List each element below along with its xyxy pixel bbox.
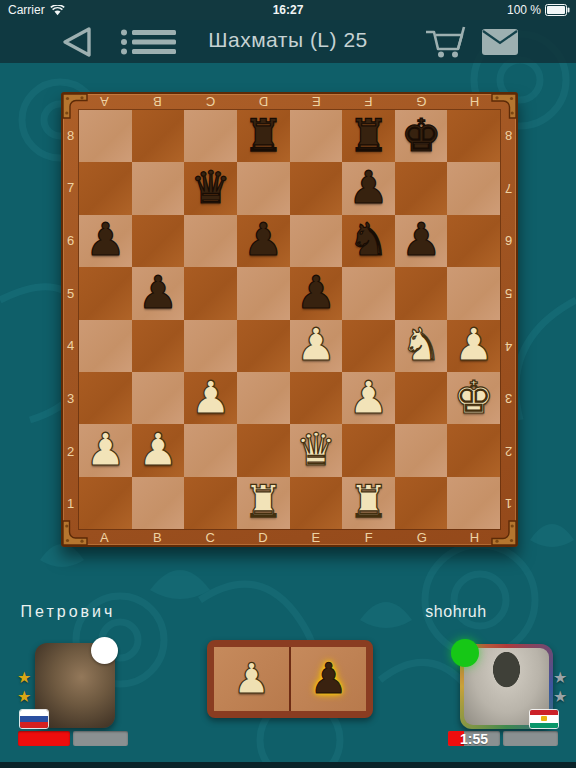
square-f3[interactable]: ♟ — [342, 372, 395, 424]
black-pawn-d6: ♟ — [243, 217, 283, 262]
square-g1[interactable] — [395, 477, 448, 529]
file-label: G — [395, 94, 448, 109]
corner-ornament — [62, 93, 88, 119]
file-label: G — [395, 530, 448, 545]
rank-label: 3 — [501, 372, 516, 425]
rank-label: 4 — [501, 320, 516, 373]
square-h2[interactable] — [447, 424, 500, 476]
square-h3[interactable]: ♚ — [447, 372, 500, 424]
black-pawn-a6: ♟ — [85, 217, 125, 262]
white-queen-e2: ♛ — [296, 427, 336, 472]
rank-label: 2 — [63, 425, 78, 478]
square-g2[interactable] — [395, 424, 448, 476]
square-f5[interactable] — [342, 267, 395, 319]
file-labels-top: ABCDEFGH — [78, 94, 501, 109]
square-a6[interactable]: ♟ — [79, 215, 132, 267]
rank-label: 7 — [63, 162, 78, 215]
square-b3[interactable] — [132, 372, 185, 424]
square-f6[interactable]: ♞ — [342, 215, 395, 267]
rank-label: 5 — [63, 267, 78, 320]
file-label: C — [184, 530, 237, 545]
square-e6[interactable] — [290, 215, 343, 267]
rank-label: 5 — [501, 267, 516, 320]
square-e7[interactable] — [290, 162, 343, 214]
rank-labels-left: 87654321 — [63, 109, 78, 530]
square-d5[interactable] — [237, 267, 290, 319]
square-c5[interactable] — [184, 267, 237, 319]
white-side-cell: ♟ — [214, 647, 289, 711]
white-pawn-h4: ♟ — [454, 322, 494, 367]
white-pawn-b2: ♟ — [138, 427, 178, 472]
square-b2[interactable]: ♟ — [132, 424, 185, 476]
turn-indicator-panel: ♟ ♟ — [207, 640, 373, 718]
chess-board: ABCDEFGH ABCDEFGH 87654321 87654321 ♜♜♚♛… — [61, 92, 518, 547]
left-player-color-dot — [91, 637, 118, 664]
square-e5[interactable]: ♟ — [290, 267, 343, 319]
rank-label: 2 — [501, 425, 516, 478]
square-d3[interactable] — [237, 372, 290, 424]
black-king-g8: ♚ — [401, 113, 441, 158]
tajikistan-flag — [529, 709, 559, 729]
black-pawn-g6: ♟ — [401, 217, 441, 262]
square-c7[interactable]: ♛ — [184, 162, 237, 214]
app-screen: { "game": "chess", "position": { "fen": … — [0, 0, 576, 768]
corner-ornament — [491, 520, 517, 546]
left-player-timebar — [18, 731, 128, 746]
white-pawn-e4: ♟ — [296, 322, 336, 367]
square-b6[interactable] — [132, 215, 185, 267]
square-f2[interactable] — [342, 424, 395, 476]
square-f4[interactable] — [342, 320, 395, 372]
left-player-stars: ★★ — [17, 670, 31, 705]
square-c8[interactable] — [184, 110, 237, 162]
back-button[interactable] — [48, 20, 104, 63]
white-pawn-icon: ♟ — [233, 658, 271, 700]
square-d1[interactable]: ♜ — [237, 477, 290, 529]
moves-list-button[interactable] — [116, 20, 180, 63]
rank-label: 3 — [63, 372, 78, 425]
right-player-online-dot — [451, 639, 479, 667]
square-a4[interactable] — [79, 320, 132, 372]
rank-labels-right: 87654321 — [501, 109, 516, 530]
square-a5[interactable] — [79, 267, 132, 319]
black-rook-f8: ♜ — [348, 113, 388, 158]
square-c2[interactable] — [184, 424, 237, 476]
square-g6[interactable]: ♟ — [395, 215, 448, 267]
white-pawn-a2: ♟ — [85, 427, 125, 472]
square-d2[interactable] — [237, 424, 290, 476]
black-pawn-b5: ♟ — [138, 270, 178, 315]
square-h5[interactable] — [447, 267, 500, 319]
square-h7[interactable] — [447, 162, 500, 214]
file-label: C — [184, 94, 237, 109]
black-pawn-f7: ♟ — [348, 165, 388, 210]
square-e1[interactable] — [290, 477, 343, 529]
white-king-h3: ♚ — [454, 375, 494, 420]
star-icon: ★ — [17, 689, 31, 705]
file-label: E — [290, 530, 343, 545]
square-d8[interactable]: ♜ — [237, 110, 290, 162]
black-pawn-icon-active: ♟ — [310, 658, 348, 700]
square-f7[interactable]: ♟ — [342, 162, 395, 214]
messages-button[interactable] — [478, 20, 522, 63]
timebar-segment — [503, 731, 558, 746]
white-pawn-f3: ♟ — [348, 375, 388, 420]
square-c1[interactable] — [184, 477, 237, 529]
square-e3[interactable] — [290, 372, 343, 424]
square-b4[interactable] — [132, 320, 185, 372]
black-rook-d8: ♜ — [243, 113, 283, 158]
file-label: B — [131, 94, 184, 109]
back-icon — [59, 26, 93, 58]
cart-icon — [424, 25, 468, 59]
star-icon: ★ — [553, 689, 567, 705]
left-player-name: Петрович — [10, 603, 126, 621]
square-g8[interactable]: ♚ — [395, 110, 448, 162]
square-g3[interactable] — [395, 372, 448, 424]
rank-label: 4 — [63, 320, 78, 373]
board-grid: ♜♜♚♛♟♟♟♞♟♟♟♟♞♟♟♟♚♟♟♛♜♜ — [78, 109, 501, 530]
corner-ornament — [491, 93, 517, 119]
square-b7[interactable] — [132, 162, 185, 214]
square-c4[interactable] — [184, 320, 237, 372]
black-pawn-e5: ♟ — [296, 270, 336, 315]
file-label: F — [342, 94, 395, 109]
file-label: D — [237, 94, 290, 109]
square-f1[interactable]: ♜ — [342, 477, 395, 529]
square-g4[interactable]: ♞ — [395, 320, 448, 372]
white-pawn-c3: ♟ — [190, 375, 230, 420]
bottom-edge-strip — [0, 762, 576, 768]
rank-label: 6 — [501, 214, 516, 267]
square-h6[interactable] — [447, 215, 500, 267]
clock-label: 16:27 — [0, 3, 576, 17]
mail-icon — [482, 29, 518, 55]
square-d4[interactable] — [237, 320, 290, 372]
right-player-timebar: 1:55 — [448, 731, 558, 746]
rank-label: 6 — [63, 214, 78, 267]
star-icon: ★ — [553, 670, 567, 686]
file-label: D — [237, 530, 290, 545]
right-player-stars: ★★ — [553, 670, 567, 705]
file-labels-bottom: ABCDEFGH — [78, 530, 501, 545]
file-label: F — [342, 530, 395, 545]
right-player-time: 1:55 — [448, 731, 500, 746]
list-icon — [120, 28, 176, 56]
black-queen-c7: ♛ — [190, 165, 230, 210]
russia-flag — [19, 709, 49, 729]
right-player-name: shohruh — [400, 603, 512, 621]
square-b8[interactable] — [132, 110, 185, 162]
square-g7[interactable] — [395, 162, 448, 214]
square-e8[interactable] — [290, 110, 343, 162]
square-c3[interactable]: ♟ — [184, 372, 237, 424]
square-b5[interactable]: ♟ — [132, 267, 185, 319]
black-knight-f6: ♞ — [348, 217, 388, 262]
square-g5[interactable] — [395, 267, 448, 319]
file-label: B — [131, 530, 184, 545]
white-knight-g4: ♞ — [401, 322, 441, 367]
square-e2[interactable]: ♛ — [290, 424, 343, 476]
square-a2[interactable]: ♟ — [79, 424, 132, 476]
shop-button[interactable] — [420, 20, 472, 63]
square-h4[interactable]: ♟ — [447, 320, 500, 372]
corner-ornament — [62, 520, 88, 546]
nav-bar: Шахматы (L) 25 — [0, 20, 576, 63]
battery-icon — [545, 4, 570, 16]
timebar-segment: 1:55 — [448, 731, 500, 746]
square-d6[interactable]: ♟ — [237, 215, 290, 267]
white-rook-d1: ♜ — [243, 479, 283, 524]
square-c6[interactable] — [184, 215, 237, 267]
square-b1[interactable] — [132, 477, 185, 529]
timebar-segment — [73, 731, 128, 746]
square-f8[interactable]: ♜ — [342, 110, 395, 162]
square-a7[interactable] — [79, 162, 132, 214]
battery-label: 100 % — [507, 3, 541, 17]
status-bar: Carrier 16:27 100 % — [0, 0, 576, 20]
rank-label: 7 — [501, 162, 516, 215]
white-rook-f1: ♜ — [348, 479, 388, 524]
timebar-segment — [18, 731, 70, 746]
square-d7[interactable] — [237, 162, 290, 214]
star-icon: ★ — [17, 670, 31, 686]
file-label: E — [290, 94, 343, 109]
black-side-cell-active: ♟ — [289, 647, 366, 711]
square-a3[interactable] — [79, 372, 132, 424]
square-e4[interactable]: ♟ — [290, 320, 343, 372]
